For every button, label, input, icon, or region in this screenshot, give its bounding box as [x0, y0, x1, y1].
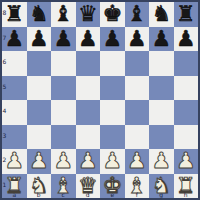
square-e4[interactable] [100, 100, 125, 125]
board-grid: ♜♞♝♛♚♝♞♜♟♟♟♟♟♟♟♟♟♟♟♟♟♟♟♟♜♞♝♛♚♝♞♜ [2, 2, 198, 198]
square-h2[interactable]: ♟ [174, 149, 199, 174]
white-bishop[interactable]: ♝ [53, 174, 73, 196]
white-pawn[interactable]: ♟ [127, 150, 147, 172]
black-pawn[interactable]: ♟ [176, 27, 196, 49]
square-a7[interactable]: ♟ [2, 27, 27, 52]
black-rook[interactable]: ♜ [176, 3, 196, 25]
square-h4[interactable] [174, 100, 199, 125]
black-bishop[interactable]: ♝ [127, 3, 147, 25]
square-b8[interactable]: ♞ [27, 2, 52, 27]
square-d2[interactable]: ♟ [76, 149, 101, 174]
square-d4[interactable] [76, 100, 101, 125]
square-b2[interactable]: ♟ [27, 149, 52, 174]
square-g5[interactable] [149, 76, 174, 101]
square-d6[interactable] [76, 51, 101, 76]
square-f6[interactable] [125, 51, 150, 76]
square-f4[interactable] [125, 100, 150, 125]
white-pawn[interactable]: ♟ [102, 150, 122, 172]
square-e8[interactable]: ♚ [100, 2, 125, 27]
square-d5[interactable] [76, 76, 101, 101]
chess-board: ♜♞♝♛♚♝♞♜♟♟♟♟♟♟♟♟♟♟♟♟♟♟♟♟♜♞♝♛♚♝♞♜ 8765432… [0, 0, 200, 200]
white-knight[interactable]: ♞ [29, 174, 49, 196]
square-b5[interactable] [27, 76, 52, 101]
square-h3[interactable] [174, 125, 199, 150]
square-b6[interactable] [27, 51, 52, 76]
square-b3[interactable] [27, 125, 52, 150]
square-g2[interactable]: ♟ [149, 149, 174, 174]
square-d3[interactable] [76, 125, 101, 150]
square-a3[interactable] [2, 125, 27, 150]
black-knight[interactable]: ♞ [151, 3, 171, 25]
square-c8[interactable]: ♝ [51, 2, 76, 27]
square-e1[interactable]: ♚ [100, 174, 125, 199]
square-c3[interactable] [51, 125, 76, 150]
square-h7[interactable]: ♟ [174, 27, 199, 52]
white-rook[interactable]: ♜ [4, 174, 24, 196]
black-pawn[interactable]: ♟ [127, 27, 147, 49]
square-f7[interactable]: ♟ [125, 27, 150, 52]
white-pawn[interactable]: ♟ [53, 150, 73, 172]
white-pawn[interactable]: ♟ [4, 150, 24, 172]
square-g7[interactable]: ♟ [149, 27, 174, 52]
square-d7[interactable]: ♟ [76, 27, 101, 52]
black-pawn[interactable]: ♟ [4, 27, 24, 49]
square-a1[interactable]: ♜ [2, 174, 27, 199]
square-h1[interactable]: ♜ [174, 174, 199, 199]
black-queen[interactable]: ♛ [78, 3, 98, 25]
square-b7[interactable]: ♟ [27, 27, 52, 52]
black-pawn[interactable]: ♟ [53, 27, 73, 49]
square-e3[interactable] [100, 125, 125, 150]
square-f3[interactable] [125, 125, 150, 150]
square-c7[interactable]: ♟ [51, 27, 76, 52]
square-g6[interactable] [149, 51, 174, 76]
black-knight[interactable]: ♞ [29, 3, 49, 25]
square-d1[interactable]: ♛ [76, 174, 101, 199]
square-c5[interactable] [51, 76, 76, 101]
square-c1[interactable]: ♝ [51, 174, 76, 199]
square-h8[interactable]: ♜ [174, 2, 199, 27]
white-pawn[interactable]: ♟ [151, 150, 171, 172]
square-a6[interactable] [2, 51, 27, 76]
square-c4[interactable] [51, 100, 76, 125]
square-f8[interactable]: ♝ [125, 2, 150, 27]
square-g1[interactable]: ♞ [149, 174, 174, 199]
square-g8[interactable]: ♞ [149, 2, 174, 27]
white-pawn[interactable]: ♟ [176, 150, 196, 172]
square-h6[interactable] [174, 51, 199, 76]
white-rook[interactable]: ♜ [176, 174, 196, 196]
black-bishop[interactable]: ♝ [53, 3, 73, 25]
square-a4[interactable] [2, 100, 27, 125]
black-pawn[interactable]: ♟ [29, 27, 49, 49]
white-knight[interactable]: ♞ [151, 174, 171, 196]
black-pawn[interactable]: ♟ [78, 27, 98, 49]
black-pawn[interactable]: ♟ [151, 27, 171, 49]
square-b4[interactable] [27, 100, 52, 125]
square-c2[interactable]: ♟ [51, 149, 76, 174]
square-b1[interactable]: ♞ [27, 174, 52, 199]
square-e6[interactable] [100, 51, 125, 76]
square-d8[interactable]: ♛ [76, 2, 101, 27]
square-g4[interactable] [149, 100, 174, 125]
square-a5[interactable] [2, 76, 27, 101]
square-a8[interactable]: ♜ [2, 2, 27, 27]
square-f5[interactable] [125, 76, 150, 101]
square-e7[interactable]: ♟ [100, 27, 125, 52]
square-e5[interactable] [100, 76, 125, 101]
square-a2[interactable]: ♟ [2, 149, 27, 174]
black-pawn[interactable]: ♟ [102, 27, 122, 49]
square-g3[interactable] [149, 125, 174, 150]
square-c6[interactable] [51, 51, 76, 76]
white-bishop[interactable]: ♝ [127, 174, 147, 196]
white-queen[interactable]: ♛ [78, 174, 98, 196]
black-king[interactable]: ♚ [102, 3, 122, 25]
square-f1[interactable]: ♝ [125, 174, 150, 199]
square-f2[interactable]: ♟ [125, 149, 150, 174]
square-e2[interactable]: ♟ [100, 149, 125, 174]
white-pawn[interactable]: ♟ [29, 150, 49, 172]
white-pawn[interactable]: ♟ [78, 150, 98, 172]
square-h5[interactable] [174, 76, 199, 101]
white-king[interactable]: ♚ [102, 174, 122, 196]
black-rook[interactable]: ♜ [4, 3, 24, 25]
